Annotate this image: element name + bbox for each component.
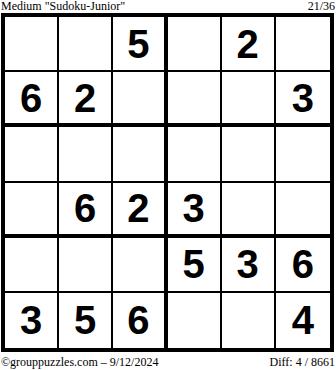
cell-r6c4[interactable] <box>168 293 222 348</box>
cell-r1c1[interactable] <box>5 17 59 72</box>
difficulty-text: Diff: 4 / 8661 <box>270 355 335 370</box>
cell-r5c4[interactable]: 5 <box>168 238 222 293</box>
puzzle-page: Medium "Sudoku-Junior" 21/36 52623623536… <box>0 0 336 370</box>
cell-r4c4[interactable]: 3 <box>168 183 222 238</box>
cell-r2c3[interactable] <box>113 72 167 127</box>
cell-r3c2[interactable] <box>59 127 113 182</box>
cell-r6c6[interactable]: 4 <box>276 293 330 348</box>
puzzle-title: Medium "Sudoku-Junior" <box>1 0 125 13</box>
cell-r4c5[interactable] <box>222 183 276 238</box>
cell-r2c5[interactable] <box>222 72 276 127</box>
cell-r6c1[interactable]: 3 <box>5 293 59 348</box>
cell-r1c5[interactable]: 2 <box>222 17 276 72</box>
cell-r2c6[interactable]: 3 <box>276 72 330 127</box>
sudoku-board: 526236235363564 <box>1 13 334 352</box>
cell-r1c2[interactable] <box>59 17 113 72</box>
cell-r5c5[interactable]: 3 <box>222 238 276 293</box>
cell-r5c2[interactable] <box>59 238 113 293</box>
cell-r5c1[interactable] <box>5 238 59 293</box>
copyright-text: ©grouppuzzles.com – 9/12/2024 <box>1 355 158 370</box>
cell-r4c2[interactable]: 6 <box>59 183 113 238</box>
cell-r4c6[interactable] <box>276 183 330 238</box>
cell-r3c6[interactable] <box>276 127 330 182</box>
cell-r5c6[interactable]: 6 <box>276 238 330 293</box>
cell-r1c6[interactable] <box>276 17 330 72</box>
cell-r3c3[interactable] <box>113 127 167 182</box>
cell-r2c2[interactable]: 2 <box>59 72 113 127</box>
cell-r1c4[interactable] <box>168 17 222 72</box>
header: Medium "Sudoku-Junior" 21/36 <box>1 0 335 13</box>
footer: ©grouppuzzles.com – 9/12/2024 Diff: 4 / … <box>1 355 335 370</box>
cell-r2c1[interactable]: 6 <box>5 72 59 127</box>
cell-r5c3[interactable] <box>113 238 167 293</box>
cell-r3c4[interactable] <box>168 127 222 182</box>
cell-r2c4[interactable] <box>168 72 222 127</box>
cell-r6c3[interactable]: 6 <box>113 293 167 348</box>
progress-counter: 21/36 <box>308 0 335 13</box>
cell-r4c3[interactable]: 2 <box>113 183 167 238</box>
cell-r1c3[interactable]: 5 <box>113 17 167 72</box>
cell-r3c5[interactable] <box>222 127 276 182</box>
cell-r6c2[interactable]: 5 <box>59 293 113 348</box>
cell-r3c1[interactable] <box>5 127 59 182</box>
cell-r4c1[interactable] <box>5 183 59 238</box>
cell-r6c5[interactable] <box>222 293 276 348</box>
